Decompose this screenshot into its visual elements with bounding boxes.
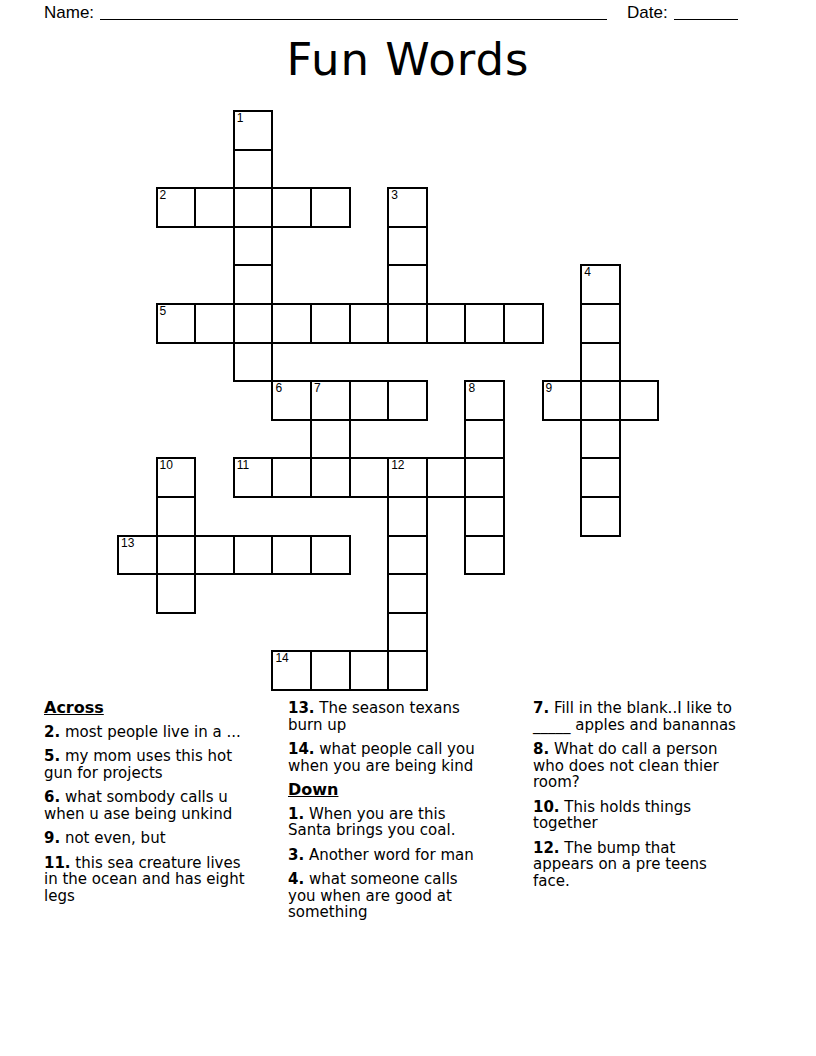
clue-text: my mom uses this hot gun for projects: [44, 747, 232, 782]
cell-number-4: 4: [584, 266, 591, 279]
cell-r5-c5[interactable]: [310, 303, 351, 344]
clue-across-2: 2. most people live in a ...: [44, 724, 256, 741]
clue-number: 6.: [44, 788, 60, 806]
cell-r11-c0[interactable]: 13: [117, 535, 158, 576]
cell-r5-c6[interactable]: [349, 303, 390, 344]
cell-r11-c3[interactable]: [233, 535, 274, 576]
cell-r2-c1[interactable]: 2: [156, 187, 197, 228]
cell-r9-c3[interactable]: 11: [233, 457, 274, 498]
page-title: Fun Words: [0, 34, 816, 86]
cell-r11-c1[interactable]: [156, 535, 197, 576]
clue-down-3: 3. Another word for man: [288, 847, 488, 864]
clue-text: Fill in the blank..I like to _____ apple…: [533, 699, 736, 734]
cell-r8-c9[interactable]: [464, 419, 505, 460]
cell-r11-c2[interactable]: [194, 535, 235, 576]
cell-r11-c4[interactable]: [271, 535, 312, 576]
cell-r4-c3[interactable]: [233, 264, 274, 305]
cell-r7-c7[interactable]: [387, 380, 428, 421]
clue-text: not even, but: [60, 829, 165, 847]
cell-r3-c3[interactable]: [233, 226, 274, 267]
clue-number: 8.: [533, 740, 549, 758]
cell-r7-c11[interactable]: 9: [542, 380, 583, 421]
cell-r9-c4[interactable]: [271, 457, 312, 498]
cell-number-3: 3: [391, 189, 398, 202]
cell-r8-c12[interactable]: [580, 419, 621, 460]
cell-r14-c6[interactable]: [349, 650, 390, 691]
clue-text: what people call you when you are being …: [288, 740, 475, 775]
clue-down-7: 7. Fill in the blank..I like to _____ ap…: [533, 700, 738, 733]
cell-r10-c1[interactable]: [156, 496, 197, 537]
clue-down-1: 1. When you are this Santa brings you co…: [288, 806, 488, 839]
clue-number: 5.: [44, 747, 60, 765]
cell-r0-c3[interactable]: 1: [233, 110, 274, 151]
cell-r9-c7[interactable]: 12: [387, 457, 428, 498]
cell-number-14: 14: [275, 652, 288, 665]
cell-r5-c7[interactable]: [387, 303, 428, 344]
cell-r10-c7[interactable]: [387, 496, 428, 537]
clue-number: 13.: [288, 699, 315, 717]
cell-r1-c3[interactable]: [233, 149, 274, 190]
across-section-header: Across: [44, 700, 256, 717]
clues-column-3: 7. Fill in the blank..I like to _____ ap…: [533, 700, 738, 897]
cell-r5-c12[interactable]: [580, 303, 621, 344]
cell-r10-c9[interactable]: [464, 496, 505, 537]
cell-r7-c5[interactable]: 7: [310, 380, 351, 421]
clue-down-8: 8. What do call a person who does not cl…: [533, 741, 738, 791]
cell-number-7: 7: [314, 382, 321, 395]
clue-number: 12.: [533, 839, 560, 857]
cell-r9-c1[interactable]: 10: [156, 457, 197, 498]
cell-r7-c9[interactable]: 8: [464, 380, 505, 421]
clue-number: 7.: [533, 699, 549, 717]
cell-r12-c1[interactable]: [156, 573, 197, 614]
cell-number-5: 5: [160, 305, 167, 318]
cell-number-1: 1: [237, 112, 244, 125]
cell-number-6: 6: [275, 382, 282, 395]
cell-number-10: 10: [160, 459, 173, 472]
date-input-line[interactable]: [674, 5, 738, 20]
clue-down-4: 4. what someone calls you when are good …: [288, 871, 488, 921]
clue-across-5: 5. my mom uses this hot gun for projects: [44, 748, 256, 781]
clue-number: 4.: [288, 870, 304, 888]
clue-across-6: 6. what sombody calls u when u ase being…: [44, 789, 256, 822]
down-section-header: Down: [288, 782, 488, 799]
clue-number: 9.: [44, 829, 60, 847]
name-label: Name:: [44, 4, 94, 21]
clue-across-11: 11. this sea creature lives in the ocean…: [44, 855, 256, 905]
clue-text: Another word for man: [304, 846, 474, 864]
cell-r5-c8[interactable]: [426, 303, 467, 344]
clue-text: The bump that appears on a pre teens fac…: [533, 839, 707, 890]
cell-r10-c12[interactable]: [580, 496, 621, 537]
clue-text: what sombody calls u when u ase being un…: [44, 788, 232, 823]
cell-r14-c7[interactable]: [387, 650, 428, 691]
crossword-grid: 1234567891011121314: [117, 110, 662, 692]
cell-r14-c4[interactable]: 14: [271, 650, 312, 691]
cell-r9-c6[interactable]: [349, 457, 390, 498]
cell-r7-c12[interactable]: [580, 380, 621, 421]
cell-number-2: 2: [160, 189, 167, 202]
cell-r7-c6[interactable]: [349, 380, 390, 421]
cell-number-11: 11: [237, 459, 249, 472]
cell-r9-c12[interactable]: [580, 457, 621, 498]
cell-r11-c7[interactable]: [387, 535, 428, 576]
clue-down-12: 12. The bump that appears on a pre teens…: [533, 840, 738, 890]
cell-r5-c4[interactable]: [271, 303, 312, 344]
clue-across-9: 9. not even, but: [44, 830, 256, 847]
cell-r5-c1[interactable]: 5: [156, 303, 197, 344]
clue-text: what someone calls you when are good at …: [288, 870, 458, 921]
clue-across-13: 13. The season texans burn up: [288, 700, 488, 733]
clues-column-1: Across2. most people live in a ...5. my …: [44, 700, 256, 912]
cell-r9-c5[interactable]: [310, 457, 351, 498]
cell-number-12: 12: [391, 459, 404, 472]
cell-r5-c10[interactable]: [503, 303, 544, 344]
cell-r2-c2[interactable]: [194, 187, 235, 228]
cell-r5-c3[interactable]: [233, 303, 274, 344]
cell-r3-c7[interactable]: [387, 226, 428, 267]
cell-r8-c5[interactable]: [310, 419, 351, 460]
cell-number-13: 13: [121, 537, 134, 550]
cell-r2-c4[interactable]: [271, 187, 312, 228]
clue-across-14: 14. what people call you when you are be…: [288, 741, 488, 774]
clue-down-10: 10. This holds things together: [533, 799, 738, 832]
cell-r6-c12[interactable]: [580, 342, 621, 383]
cell-r9-c8[interactable]: [426, 457, 467, 498]
cell-r14-c5[interactable]: [310, 650, 351, 691]
cell-r4-c12[interactable]: 4: [580, 264, 621, 305]
cell-r6-c3[interactable]: [233, 342, 274, 383]
cell-number-8: 8: [468, 382, 475, 395]
clue-text: this sea creature lives in the ocean and…: [44, 854, 245, 905]
cell-r11-c5[interactable]: [310, 535, 351, 576]
date-label: Date:: [627, 4, 668, 21]
cell-r2-c7[interactable]: 3: [387, 187, 428, 228]
cell-r7-c4[interactable]: 6: [271, 380, 312, 421]
cell-number-9: 9: [546, 382, 553, 395]
clue-number: 3.: [288, 846, 304, 864]
clue-number: 10.: [533, 798, 560, 816]
clue-text: When you are this Santa brings you coal.: [288, 805, 455, 840]
clue-number: 2.: [44, 723, 60, 741]
cell-r11-c9[interactable]: [464, 535, 505, 576]
clue-number: 11.: [44, 854, 71, 872]
clues-column-2: 13. The season texans burn up14. what pe…: [288, 700, 488, 929]
cell-r9-c9[interactable]: [464, 457, 505, 498]
cell-r2-c3[interactable]: [233, 187, 274, 228]
clue-text: The season texans burn up: [288, 699, 460, 734]
cell-r12-c7[interactable]: [387, 573, 428, 614]
cell-r4-c7[interactable]: [387, 264, 428, 305]
cell-r7-c13[interactable]: [619, 380, 660, 421]
cell-r5-c2[interactable]: [194, 303, 235, 344]
clue-text: What do call a person who does not clean…: [533, 740, 719, 791]
cell-r13-c7[interactable]: [387, 612, 428, 653]
cell-r2-c5[interactable]: [310, 187, 351, 228]
name-input-line[interactable]: [100, 5, 607, 20]
clue-number: 1.: [288, 805, 304, 823]
cell-r5-c9[interactable]: [464, 303, 505, 344]
clue-text: most people live in a ...: [60, 723, 241, 741]
clue-number: 14.: [288, 740, 315, 758]
